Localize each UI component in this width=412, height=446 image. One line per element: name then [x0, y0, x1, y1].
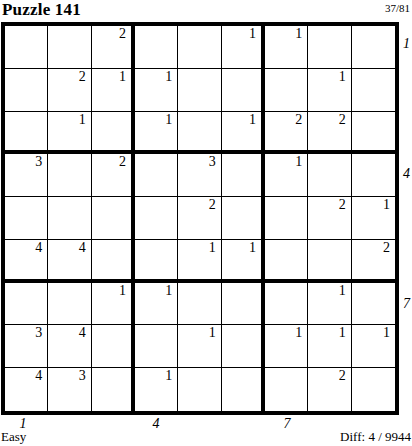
cell-r3c3[interactable]: [92, 112, 135, 155]
cell-r4c7[interactable]: 1: [265, 154, 308, 197]
cell-r9c7[interactable]: [265, 368, 308, 411]
cell-r3c2[interactable]: 1: [48, 112, 91, 155]
cell-r5c6[interactable]: [222, 197, 265, 240]
row-label-7: 7: [401, 296, 412, 312]
cell-r6c9[interactable]: 2: [352, 240, 395, 283]
cell-r8c1[interactable]: 3: [5, 325, 48, 368]
cell-r8c9[interactable]: 1: [352, 325, 395, 368]
cell-r5c1[interactable]: [5, 197, 48, 240]
cell-r2c6[interactable]: [222, 69, 265, 112]
cell-r8c5[interactable]: 1: [178, 325, 221, 368]
puzzle-board: 2112111111223231221441121113411114312: [1, 22, 399, 415]
cell-r1c1[interactable]: [5, 26, 48, 69]
cell-r6c6[interactable]: 1: [222, 240, 265, 283]
cell-r6c1[interactable]: 4: [5, 240, 48, 283]
cell-r5c9[interactable]: 1: [352, 197, 395, 240]
cell-r3c1[interactable]: [5, 112, 48, 155]
cell-r7c8[interactable]: 1: [308, 283, 351, 326]
cell-r9c5[interactable]: [178, 368, 221, 411]
cell-r4c2[interactable]: [48, 154, 91, 197]
cell-r9c4[interactable]: 1: [135, 368, 178, 411]
cell-r7c7[interactable]: [265, 283, 308, 326]
cell-r9c3[interactable]: [92, 368, 135, 411]
cell-r7c5[interactable]: [178, 283, 221, 326]
cell-r2c1[interactable]: [5, 69, 48, 112]
cell-r1c4[interactable]: [135, 26, 178, 69]
cell-r5c3[interactable]: [92, 197, 135, 240]
cell-r9c8[interactable]: 2: [308, 368, 351, 411]
cell-r2c8[interactable]: 1: [308, 69, 351, 112]
cell-r6c8[interactable]: [308, 240, 351, 283]
cell-r5c5[interactable]: 2: [178, 197, 221, 240]
cell-r2c3[interactable]: 1: [92, 69, 135, 112]
cell-r3c5[interactable]: [178, 112, 221, 155]
cell-r3c6[interactable]: 1: [222, 112, 265, 155]
cell-r1c7[interactable]: 1: [265, 26, 308, 69]
cell-r4c3[interactable]: 2: [92, 154, 135, 197]
cell-r6c3[interactable]: [92, 240, 135, 283]
col-label-4: 4: [141, 416, 171, 432]
cell-r2c4[interactable]: 1: [135, 69, 178, 112]
cell-r6c5[interactable]: 1: [178, 240, 221, 283]
cell-r5c8[interactable]: 2: [308, 197, 351, 240]
cell-r2c5[interactable]: [178, 69, 221, 112]
cell-r1c6[interactable]: 1: [222, 26, 265, 69]
cell-r6c4[interactable]: [135, 240, 178, 283]
cell-r7c6[interactable]: [222, 283, 265, 326]
cell-r9c9[interactable]: [352, 368, 395, 411]
cell-r7c9[interactable]: [352, 283, 395, 326]
cell-r5c7[interactable]: [265, 197, 308, 240]
puzzle-page: Puzzle 141 37/81 21121111112232312214411…: [0, 0, 412, 446]
page-title: Puzzle 141: [2, 0, 81, 20]
cell-r3c7[interactable]: 2: [265, 112, 308, 155]
diff-stat: Diff: 4 / 9944: [340, 429, 411, 445]
cell-r2c2[interactable]: 2: [48, 69, 91, 112]
cell-r1c5[interactable]: [178, 26, 221, 69]
cell-r3c4[interactable]: 1: [135, 112, 178, 155]
cell-r4c5[interactable]: 3: [178, 154, 221, 197]
cell-r8c4[interactable]: [135, 325, 178, 368]
row-label-4: 4: [401, 166, 412, 182]
cell-r4c1[interactable]: 3: [5, 154, 48, 197]
cell-r1c2[interactable]: [48, 26, 91, 69]
cell-r6c2[interactable]: 4: [48, 240, 91, 283]
row-label-1: 1: [401, 36, 412, 52]
cell-r1c9[interactable]: [352, 26, 395, 69]
col-label-7: 7: [272, 416, 302, 432]
cell-r6c7[interactable]: [265, 240, 308, 283]
cell-r1c3[interactable]: 2: [92, 26, 135, 69]
cell-r7c2[interactable]: [48, 283, 91, 326]
cell-r3c9[interactable]: [352, 112, 395, 155]
cell-r2c7[interactable]: [265, 69, 308, 112]
cell-r7c3[interactable]: 1: [92, 283, 135, 326]
cell-r4c9[interactable]: [352, 154, 395, 197]
cell-r3c8[interactable]: 2: [308, 112, 351, 155]
cell-r8c6[interactable]: [222, 325, 265, 368]
cell-r1c8[interactable]: [308, 26, 351, 69]
cell-r2c9[interactable]: [352, 69, 395, 112]
cell-r7c4[interactable]: 1: [135, 283, 178, 326]
given-counter: 37/81: [385, 2, 410, 14]
cell-r4c4[interactable]: [135, 154, 178, 197]
cell-r5c4[interactable]: [135, 197, 178, 240]
cell-r4c8[interactable]: [308, 154, 351, 197]
cell-r7c1[interactable]: [5, 283, 48, 326]
cell-r9c2[interactable]: 3: [48, 368, 91, 411]
cell-r9c6[interactable]: [222, 368, 265, 411]
cell-r4c6[interactable]: [222, 154, 265, 197]
difficulty-label: Easy: [1, 429, 26, 445]
cell-r8c7[interactable]: 1: [265, 325, 308, 368]
cell-r8c2[interactable]: 4: [48, 325, 91, 368]
cell-r5c2[interactable]: [48, 197, 91, 240]
cell-r8c8[interactable]: 1: [308, 325, 351, 368]
cell-r8c3[interactable]: [92, 325, 135, 368]
cell-r9c1[interactable]: 4: [5, 368, 48, 411]
